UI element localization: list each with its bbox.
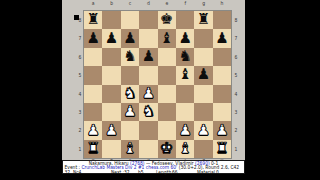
white-knight: ♞ xyxy=(123,86,136,101)
white-bishop: ♝ xyxy=(123,141,136,156)
rank-label-6: 6 xyxy=(235,54,238,59)
square-h1: ♜ xyxy=(213,140,231,158)
square-c4: ♞ xyxy=(121,85,139,103)
square-h6 xyxy=(213,48,231,66)
file-label-f: f xyxy=(176,1,194,6)
chess-board-panel: abcdefgh abcdefgh 87654321 87654321 ♜♚♜♟… xyxy=(62,0,245,161)
square-a5 xyxy=(84,66,102,84)
square-e5 xyxy=(158,66,176,84)
white-king: ♚ xyxy=(160,141,173,156)
material-value: 0 xyxy=(216,170,219,174)
square-a6 xyxy=(84,48,102,66)
square-c2 xyxy=(121,121,139,139)
white-rook: ♜ xyxy=(215,141,228,156)
next-move-label: Next : xyxy=(111,170,124,174)
square-g3 xyxy=(194,103,212,121)
black-pawn: ♟ xyxy=(86,31,99,46)
square-e3 xyxy=(158,103,176,121)
file-label-g: g xyxy=(194,1,212,6)
square-e6 xyxy=(158,48,176,66)
rank-label-4: 4 xyxy=(235,91,238,96)
rank-label-1: 1 xyxy=(235,146,238,151)
square-g2: ♟ xyxy=(194,121,212,139)
file-label-a: a xyxy=(84,1,102,6)
square-e1: ♚ xyxy=(158,140,176,158)
rank-label-6: 6 xyxy=(79,54,82,59)
rank-label-8: 8 xyxy=(235,18,238,23)
rank-labels-left: 87654321 xyxy=(77,11,83,158)
square-e8: ♚ xyxy=(158,11,176,29)
square-d2 xyxy=(139,121,157,139)
white-pawn: ♟ xyxy=(142,86,155,101)
square-c8 xyxy=(121,11,139,29)
black-pawn: ♟ xyxy=(215,31,228,46)
square-f2: ♟ xyxy=(176,121,194,139)
rank-label-5: 5 xyxy=(235,73,238,78)
file-label-b: b xyxy=(102,1,120,6)
square-f6: ♞ xyxy=(176,48,194,66)
black-rook: ♜ xyxy=(86,12,99,27)
rank-label-5: 5 xyxy=(79,73,82,78)
square-g7 xyxy=(194,29,212,47)
square-h8 xyxy=(213,11,231,29)
black-bishop: ♝ xyxy=(178,67,191,82)
chess-board: ♜♚♜♟♟♟♝♟♟♞♟♞♝♟♞♟♟♞♟♟♟♟♟♜♝♚♝♜ xyxy=(84,11,231,158)
square-a2: ♟ xyxy=(84,121,102,139)
file-label-d: d xyxy=(139,1,157,6)
square-h5 xyxy=(213,66,231,84)
white-pawn: ♟ xyxy=(197,123,210,138)
square-g4 xyxy=(194,85,212,103)
square-g8: ♜ xyxy=(194,11,212,29)
rank-label-3: 3 xyxy=(235,110,238,115)
square-f1: ♝ xyxy=(176,140,194,158)
rank-label-4: 4 xyxy=(79,91,82,96)
square-f8 xyxy=(176,11,194,29)
white-knight: ♞ xyxy=(142,104,155,119)
file-labels-top: abcdefgh xyxy=(84,1,231,6)
square-b2: ♟ xyxy=(102,121,120,139)
square-c1: ♝ xyxy=(121,140,139,158)
square-c5 xyxy=(121,66,139,84)
square-g6 xyxy=(194,48,212,66)
square-c7: ♟ xyxy=(121,29,139,47)
square-f7: ♟ xyxy=(176,29,194,47)
white-pawn: ♟ xyxy=(105,123,118,138)
square-d4: ♟ xyxy=(139,85,157,103)
rank-label-7: 7 xyxy=(235,36,238,41)
square-b6 xyxy=(102,48,120,66)
square-g1 xyxy=(194,140,212,158)
square-h3 xyxy=(213,103,231,121)
square-a1: ♜ xyxy=(84,140,102,158)
square-b5 xyxy=(102,66,120,84)
square-d7 xyxy=(139,29,157,47)
square-h4 xyxy=(213,85,231,103)
square-e4 xyxy=(158,85,176,103)
square-f4 xyxy=(176,85,194,103)
square-f5: ♝ xyxy=(176,66,194,84)
next-move-value: 32. ... b5 xyxy=(124,170,144,174)
square-b8 xyxy=(102,11,120,29)
caption-text: Nakamura, Hikaru (2768) — Fedoseev, Vlad… xyxy=(63,161,244,174)
file-label-c: c xyxy=(121,1,139,6)
black-rook: ♜ xyxy=(197,12,210,27)
square-e7: ♝ xyxy=(158,29,176,47)
black-knight: ♞ xyxy=(123,49,136,64)
game-info-caption: Nakamura, Hikaru (2768) — Fedoseev, Vlad… xyxy=(62,160,245,174)
length-value: 66 xyxy=(172,170,178,174)
rank-label-2: 2 xyxy=(79,128,82,133)
white-pawn: ♟ xyxy=(123,104,136,119)
material-label: Material : xyxy=(197,170,218,174)
move-info-line: 32. Nc4 Next : 32. ... b5 Length : 66 Ma… xyxy=(63,170,244,174)
black-knight: ♞ xyxy=(178,49,191,64)
square-a3 xyxy=(84,103,102,121)
square-g5: ♟ xyxy=(194,66,212,84)
square-h7: ♟ xyxy=(213,29,231,47)
square-e2 xyxy=(158,121,176,139)
square-b7: ♟ xyxy=(102,29,120,47)
black-pawn: ♟ xyxy=(105,31,118,46)
square-h2: ♟ xyxy=(213,121,231,139)
rank-label-3: 3 xyxy=(79,110,82,115)
square-d3: ♞ xyxy=(139,103,157,121)
white-bishop: ♝ xyxy=(178,141,191,156)
black-pawn: ♟ xyxy=(178,31,191,46)
square-d5 xyxy=(139,66,157,84)
square-d1 xyxy=(139,140,157,158)
black-pawn: ♟ xyxy=(142,49,155,64)
square-d8 xyxy=(139,11,157,29)
black-to-move-indicator xyxy=(74,15,79,20)
square-a7: ♟ xyxy=(84,29,102,47)
black-pawn: ♟ xyxy=(197,67,210,82)
square-a4 xyxy=(84,85,102,103)
rank-label-1: 1 xyxy=(79,146,82,151)
square-f3 xyxy=(176,103,194,121)
white-rook: ♜ xyxy=(86,141,99,156)
rank-labels-right: 87654321 xyxy=(233,11,239,158)
file-label-e: e xyxy=(158,1,176,6)
square-b1 xyxy=(102,140,120,158)
rank-label-7: 7 xyxy=(79,36,82,41)
black-pawn: ♟ xyxy=(123,31,136,46)
rank-label-2: 2 xyxy=(235,128,238,133)
square-c6: ♞ xyxy=(121,48,139,66)
black-king: ♚ xyxy=(160,12,173,27)
black-bishop: ♝ xyxy=(160,31,173,46)
square-b3 xyxy=(102,103,120,121)
square-d6: ♟ xyxy=(139,48,157,66)
white-pawn: ♟ xyxy=(86,123,99,138)
square-a8: ♜ xyxy=(84,11,102,29)
file-label-h: h xyxy=(213,1,231,6)
white-pawn: ♟ xyxy=(215,123,228,138)
square-b4 xyxy=(102,85,120,103)
last-move: 32. Nc4 xyxy=(65,170,82,174)
white-pawn: ♟ xyxy=(178,123,191,138)
square-c3: ♟ xyxy=(121,103,139,121)
